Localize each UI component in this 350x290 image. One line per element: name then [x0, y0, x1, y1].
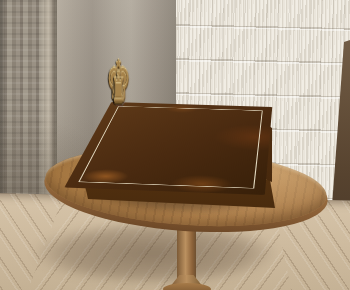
board-perspective: ♜♟♟♜♞♟♟♞♝♟♟♝♛♟♟♛♚♟♟♚♝♟♟♝♞♟♟♞♜♟♟♜: [0, 0, 350, 290]
chess-board: ♜♟♟♜♞♟♟♞♝♟♟♝♛♟♟♛♚♟♟♚♝♟♟♝♞♟♟♞♜♟♟♜: [78, 106, 262, 188]
scene: ♜♟♟♜♞♟♟♞♝♟♟♝♛♟♟♛♚♟♟♚♝♟♟♝♞♟♟♞♜♟♟♜: [0, 0, 350, 290]
gold-rook: ♜: [111, 75, 126, 107]
board-base-burl: ♜♟♟♜♞♟♟♞♝♟♟♝♛♟♟♛♚♟♟♚♝♟♟♝♞♟♟♞♜♟♟♜: [64, 102, 272, 195]
